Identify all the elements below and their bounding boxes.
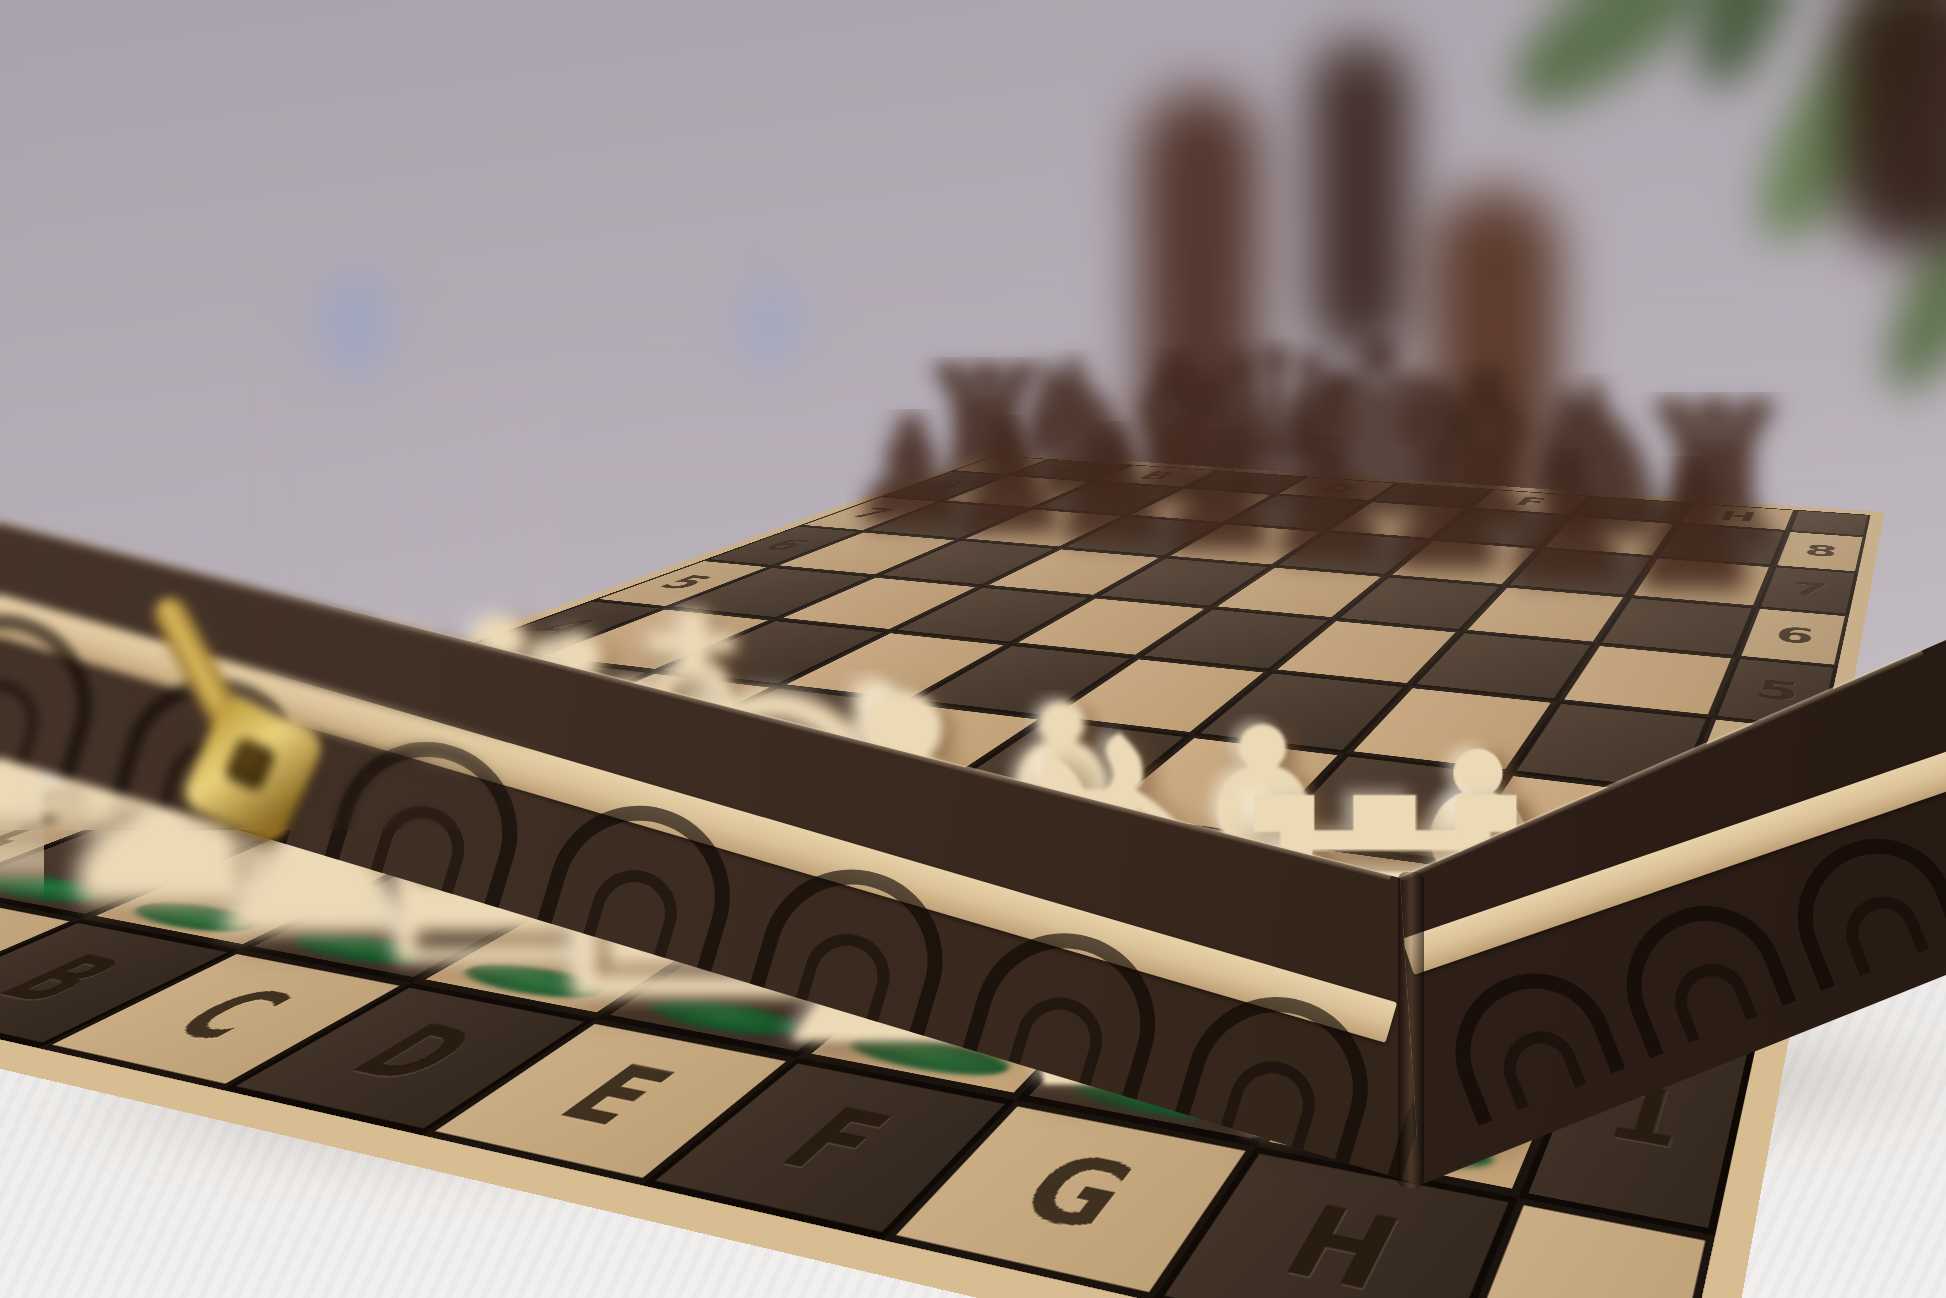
engraved-coordinate: H [1264, 1186, 1417, 1298]
engraved-coordinate: E [529, 1050, 698, 1145]
engraved-coordinate: F [753, 1092, 914, 1196]
engraved-coordinate: 6 [1772, 622, 1818, 649]
chess-board: ABCDEFGH8♜♞♝♛♚♝♞♜87♟♟♟♟♟♟♟♟7665544332♟♟♟… [0, 452, 1885, 1298]
rank-label: 6 [1737, 607, 1849, 666]
chess-set-photo-scene: ABCDEFGH8♜♞♝♛♚♝♞♜87♟♟♟♟♟♟♟♟7665544332♟♟♟… [0, 0, 1946, 1298]
brass-clasp [128, 590, 358, 850]
engraved-coordinate: 7 [1788, 578, 1830, 600]
box-corner-edge [1398, 872, 1424, 1188]
engraved-coordinate: 1 [1595, 1069, 1694, 1168]
engraved-coordinate: 3 [1695, 821, 1763, 874]
engraved-coordinate: 8 [1802, 541, 1840, 560]
brass-clasp-hook [178, 693, 327, 847]
square-h7[interactable]: ♟ [1628, 557, 1774, 608]
engraved-coordinate: 4 [1726, 739, 1785, 780]
engraved-coordinate: 2 [1653, 926, 1734, 997]
engraved-coordinate: G [992, 1136, 1156, 1253]
piece-black-pawn[interactable]: ♟ [1616, 456, 1769, 601]
